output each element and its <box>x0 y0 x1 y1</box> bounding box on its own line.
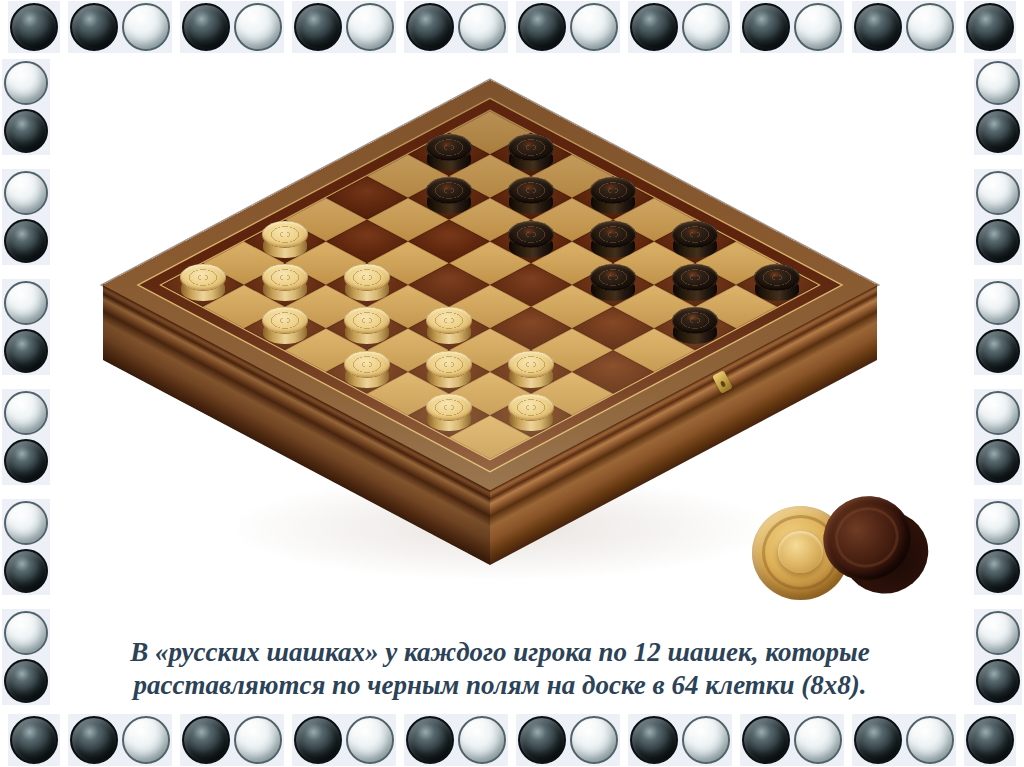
slide: В «русских шашках» у каждого игрока по 1… <box>0 0 1024 767</box>
checker-dark <box>508 221 554 261</box>
checker-light <box>344 307 390 347</box>
checker-top <box>508 134 554 161</box>
checker-dark <box>590 264 636 304</box>
checker-dark <box>754 264 800 304</box>
checker-light <box>426 351 472 391</box>
checker-top <box>426 177 472 204</box>
checker-top <box>344 264 390 291</box>
checker-light <box>344 264 390 304</box>
checker-light <box>344 351 390 391</box>
caption-line-1: В «русских шашках» у каждого игрока по 1… <box>85 636 915 669</box>
checker-dark <box>426 134 472 174</box>
checker-light <box>262 264 308 304</box>
checker-dark <box>508 177 554 217</box>
checker-top <box>590 264 636 291</box>
checker-light <box>262 221 308 261</box>
checker-dark <box>672 221 718 261</box>
checker-top <box>672 221 718 248</box>
checker-light <box>508 394 554 434</box>
checker-light <box>426 307 472 347</box>
checker-light <box>426 394 472 434</box>
loose-pieces <box>738 492 938 622</box>
checker-top <box>590 221 636 248</box>
checker-top <box>672 264 718 291</box>
checker-light <box>180 264 226 304</box>
caption-line-2: расставляются по черным полям на доске в… <box>85 669 915 702</box>
caption: В «русских шашках» у каждого игрока по 1… <box>85 636 915 702</box>
checker-light <box>262 307 308 347</box>
checker-top <box>344 351 390 378</box>
checker-top <box>508 177 554 204</box>
loose-dark-checker <box>812 481 939 611</box>
checker-light <box>508 351 554 391</box>
checker-dark <box>426 177 472 217</box>
checker-top <box>426 351 472 378</box>
checker-dark <box>508 134 554 174</box>
checker-dark <box>672 307 718 347</box>
checker-dark <box>590 221 636 261</box>
checker-top <box>508 221 554 248</box>
checker-top <box>262 264 308 291</box>
checker-top <box>590 177 636 204</box>
checker-top <box>508 351 554 378</box>
checker-top <box>426 134 472 161</box>
checker-top <box>180 264 226 291</box>
checker-top <box>754 264 800 291</box>
checker-top <box>262 221 308 248</box>
checker-dark <box>672 264 718 304</box>
checker-dark <box>590 177 636 217</box>
